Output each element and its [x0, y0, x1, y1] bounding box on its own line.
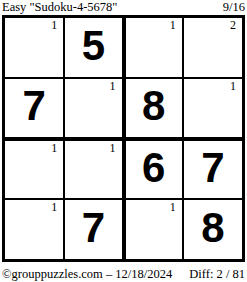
sudoku-cell-r3c3: 8: [183, 199, 242, 259]
sudoku-cell-r1c0: 7: [5, 78, 64, 138]
sudoku-cell-r1c1[interactable]: 1: [64, 78, 123, 138]
puzzle-title: Easy "Sudoku-4-5678": [2, 0, 117, 14]
sudoku-board: 1512718111671718: [2, 15, 245, 262]
sudoku-cell-r0c1: 5: [64, 18, 123, 78]
pencil-mark: 1: [51, 201, 57, 213]
sudoku-cell-r1c2: 8: [124, 78, 183, 138]
page-number: 9/16: [223, 0, 245, 14]
pencil-mark: 1: [110, 80, 116, 92]
pencil-mark: 1: [170, 19, 176, 31]
pencil-mark: 1: [230, 80, 236, 92]
cell-value: 6: [142, 147, 165, 189]
puzzle-page: Easy "Sudoku-4-5678" 9/16 15127181116717…: [0, 0, 247, 282]
sudoku-cell-r0c0[interactable]: 1: [5, 18, 64, 78]
sudoku-cell-r3c0[interactable]: 1: [5, 199, 64, 259]
sudoku-cell-r2c1[interactable]: 1: [64, 139, 123, 199]
cell-value: 8: [201, 207, 224, 249]
pencil-mark: 1: [51, 19, 57, 31]
sudoku-cell-r0c3[interactable]: 2: [183, 18, 242, 78]
page-header: Easy "Sudoku-4-5678" 9/16: [2, 0, 245, 14]
difficulty-text: Diff: 2 / 81: [189, 267, 245, 281]
cell-value: 7: [22, 85, 45, 127]
sudoku-cell-r2c2: 6: [124, 139, 183, 199]
sudoku-cell-r0c2[interactable]: 1: [124, 18, 183, 78]
page-footer: ©grouppuzzles.com – 12/18/2024 Diff: 2 /…: [2, 267, 245, 281]
pencil-mark: 2: [230, 19, 236, 31]
sudoku-cell-r2c3: 7: [183, 139, 242, 199]
cell-value: 8: [142, 85, 165, 127]
copyright-text: ©grouppuzzles.com – 12/18/2024: [2, 267, 172, 281]
sudoku-cell-r3c1: 7: [64, 199, 123, 259]
pencil-mark: 1: [51, 142, 57, 154]
pencil-mark: 1: [170, 201, 176, 213]
pencil-mark: 1: [110, 142, 116, 154]
cell-value: 7: [201, 147, 224, 189]
cell-value: 5: [82, 25, 105, 67]
sudoku-cell-r2c0[interactable]: 1: [5, 139, 64, 199]
cell-value: 7: [82, 207, 105, 249]
sudoku-cell-r3c2[interactable]: 1: [124, 199, 183, 259]
sudoku-cell-r1c3[interactable]: 1: [183, 78, 242, 138]
